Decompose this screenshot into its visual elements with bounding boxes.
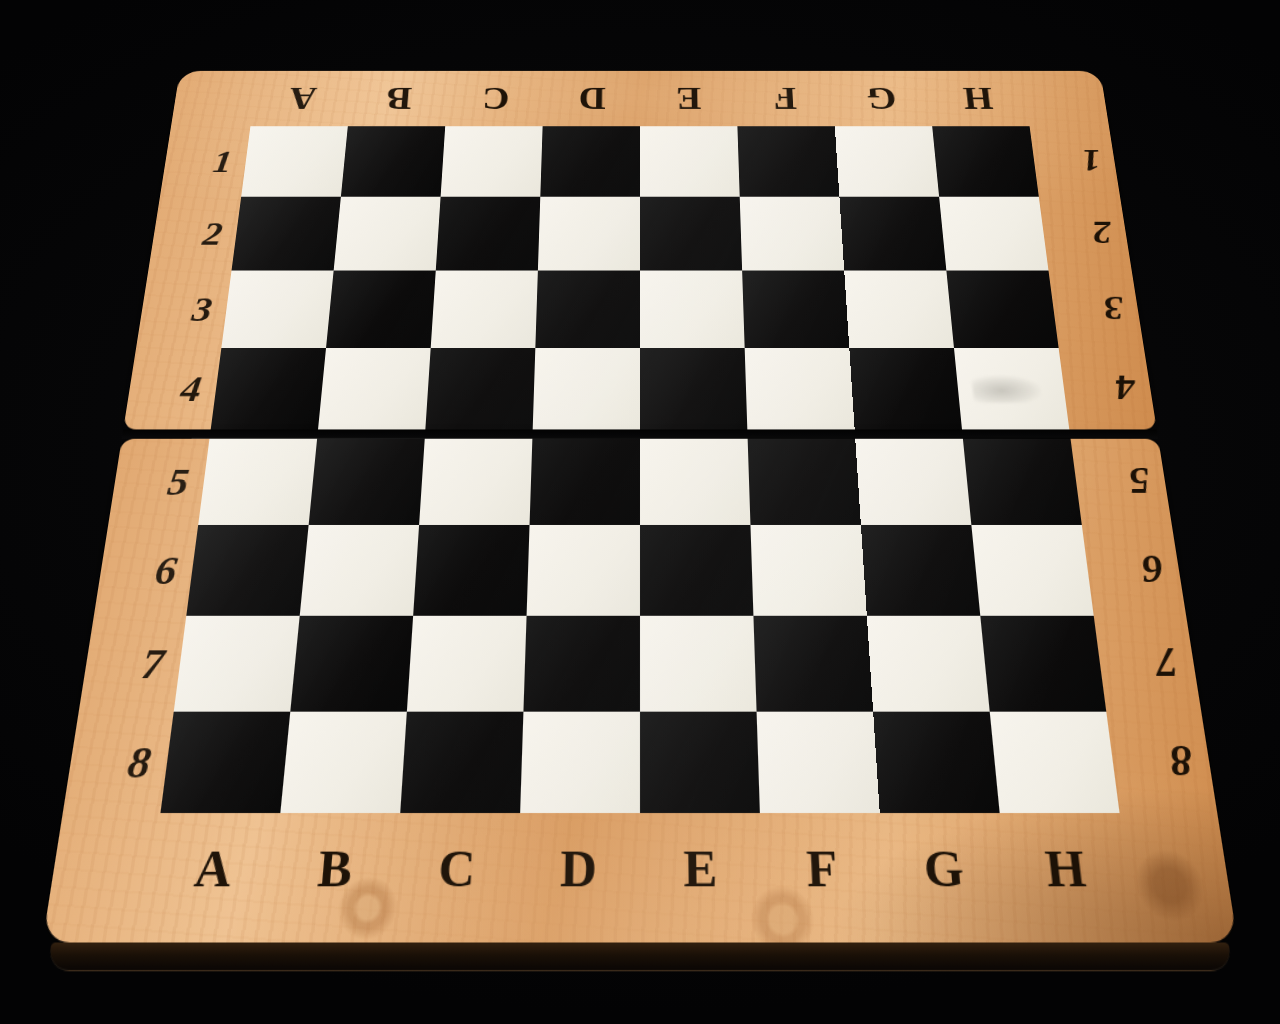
rank-label-right-2: 2 bbox=[1039, 197, 1132, 271]
rank-label-right-7: 7 bbox=[1094, 616, 1202, 712]
board-bottom-half: 5678 5678 ABCDEFGH bbox=[42, 439, 1237, 943]
square-d7[interactable] bbox=[523, 616, 640, 712]
square-d6[interactable] bbox=[527, 525, 640, 616]
square-h3[interactable] bbox=[946, 271, 1058, 348]
file-label-top-h: H bbox=[927, 71, 1030, 126]
rank-label-left-7: 7 bbox=[79, 616, 187, 712]
rank-label-right-5: 5 bbox=[1071, 439, 1172, 525]
square-a8[interactable] bbox=[160, 712, 290, 813]
square-a7[interactable] bbox=[174, 616, 300, 712]
file-label-top-e: E bbox=[640, 71, 737, 126]
file-label-bottom-d: D bbox=[516, 813, 640, 942]
square-g2[interactable] bbox=[839, 197, 946, 271]
square-f4[interactable] bbox=[745, 348, 855, 429]
square-c5[interactable] bbox=[419, 439, 532, 525]
square-b8[interactable] bbox=[280, 712, 407, 813]
file-label-bottom-b: B bbox=[268, 813, 401, 942]
square-e1[interactable] bbox=[640, 126, 740, 196]
square-c7[interactable] bbox=[407, 616, 527, 712]
file-label-bottom-c: C bbox=[392, 813, 520, 942]
rank-label-right-4: 4 bbox=[1059, 348, 1157, 429]
square-e2[interactable] bbox=[640, 197, 742, 271]
rank-label-left-1: 1 bbox=[160, 126, 250, 196]
square-f1[interactable] bbox=[737, 126, 839, 196]
file-label-bottom-g: G bbox=[880, 813, 1013, 942]
square-g5[interactable] bbox=[855, 439, 971, 525]
square-c1[interactable] bbox=[441, 126, 543, 196]
square-d3[interactable] bbox=[535, 271, 640, 348]
square-c2[interactable] bbox=[436, 197, 541, 271]
rank-label-left-3: 3 bbox=[136, 271, 231, 348]
square-f7[interactable] bbox=[753, 616, 873, 712]
square-g4[interactable] bbox=[849, 348, 962, 429]
square-e5[interactable] bbox=[640, 439, 750, 525]
square-h7[interactable] bbox=[980, 616, 1106, 712]
square-c8[interactable] bbox=[400, 712, 523, 813]
square-d1[interactable] bbox=[540, 126, 640, 196]
square-f8[interactable] bbox=[757, 712, 880, 813]
square-e3[interactable] bbox=[640, 271, 745, 348]
square-e4[interactable] bbox=[640, 348, 747, 429]
square-e7[interactable] bbox=[640, 616, 757, 712]
fold-hinge-gap bbox=[122, 429, 1158, 438]
square-h6[interactable] bbox=[971, 525, 1093, 616]
squares-ranks-5-8 bbox=[160, 439, 1119, 813]
photo-backdrop: ABCDEFGH 1234 1234 5678 5678 ABCDEFGH bbox=[0, 0, 1280, 1024]
rank-label-left-8: 8 bbox=[63, 712, 174, 813]
rank-label-left-6: 6 bbox=[94, 525, 198, 616]
square-b1[interactable] bbox=[341, 126, 445, 196]
square-a5[interactable] bbox=[198, 439, 317, 525]
square-h2[interactable] bbox=[939, 197, 1048, 271]
square-f5[interactable] bbox=[748, 439, 861, 525]
board-side-edge bbox=[47, 943, 1233, 972]
square-c4[interactable] bbox=[425, 348, 535, 429]
square-d5[interactable] bbox=[530, 439, 640, 525]
chessboard: ABCDEFGH 1234 1234 5678 5678 ABCDEFGH bbox=[42, 71, 1237, 943]
square-f6[interactable] bbox=[750, 525, 866, 616]
rank-label-right-1: 1 bbox=[1030, 126, 1120, 196]
square-h1[interactable] bbox=[932, 126, 1039, 196]
rank-label-right-8: 8 bbox=[1106, 712, 1217, 813]
file-label-top-g: G bbox=[831, 71, 932, 126]
squares-ranks-1-4 bbox=[211, 126, 1070, 429]
rank-label-left-4: 4 bbox=[123, 348, 221, 429]
bottom-file-labels: ABCDEFGH bbox=[143, 813, 1136, 942]
file-label-bottom-f: F bbox=[760, 813, 888, 942]
file-label-top-f: F bbox=[736, 71, 835, 126]
file-label-top-c: C bbox=[445, 71, 544, 126]
square-c3[interactable] bbox=[431, 271, 538, 348]
square-b5[interactable] bbox=[309, 439, 425, 525]
square-h8[interactable] bbox=[990, 712, 1120, 813]
square-h4[interactable] bbox=[954, 348, 1069, 429]
file-label-bottom-h: H bbox=[1000, 813, 1137, 942]
square-e8[interactable] bbox=[640, 712, 760, 813]
square-f3[interactable] bbox=[742, 271, 849, 348]
square-g8[interactable] bbox=[873, 712, 1000, 813]
square-g3[interactable] bbox=[844, 271, 954, 348]
top-file-labels: ABCDEFGH bbox=[250, 71, 1029, 126]
square-b3[interactable] bbox=[326, 271, 436, 348]
square-h5[interactable] bbox=[963, 439, 1082, 525]
rank-label-right-3: 3 bbox=[1048, 271, 1143, 348]
square-d4[interactable] bbox=[533, 348, 640, 429]
file-label-top-a: A bbox=[250, 71, 353, 126]
square-c6[interactable] bbox=[413, 525, 529, 616]
square-d8[interactable] bbox=[520, 712, 640, 813]
board-top-half: ABCDEFGH 1234 1234 bbox=[123, 71, 1157, 430]
square-a2[interactable] bbox=[232, 197, 341, 271]
square-a4[interactable] bbox=[211, 348, 326, 429]
file-label-bottom-a: A bbox=[143, 813, 280, 942]
square-b4[interactable] bbox=[318, 348, 431, 429]
file-label-top-b: B bbox=[348, 71, 449, 126]
rank-label-right-6: 6 bbox=[1082, 525, 1186, 616]
file-label-top-d: D bbox=[543, 71, 640, 126]
square-b2[interactable] bbox=[334, 197, 441, 271]
rank-label-left-5: 5 bbox=[108, 439, 209, 525]
square-g7[interactable] bbox=[867, 616, 990, 712]
square-f2[interactable] bbox=[740, 197, 845, 271]
square-d2[interactable] bbox=[538, 197, 640, 271]
square-e6[interactable] bbox=[640, 525, 753, 616]
square-g6[interactable] bbox=[861, 525, 980, 616]
square-b7[interactable] bbox=[290, 616, 413, 712]
square-g1[interactable] bbox=[835, 126, 939, 196]
file-label-bottom-e: E bbox=[640, 813, 764, 942]
square-b6[interactable] bbox=[300, 525, 419, 616]
rank-label-left-2: 2 bbox=[148, 197, 241, 271]
square-a1[interactable] bbox=[241, 126, 348, 196]
square-a6[interactable] bbox=[186, 525, 308, 616]
square-a3[interactable] bbox=[221, 271, 333, 348]
